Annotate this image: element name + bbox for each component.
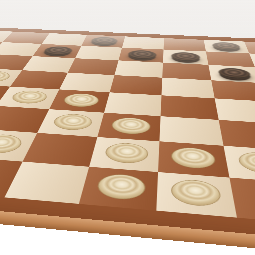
- checker-light[interactable]: [9, 90, 50, 105]
- checker-light[interactable]: [0, 71, 13, 83]
- checker-dark[interactable]: [90, 37, 118, 45]
- checker-light[interactable]: [110, 117, 151, 136]
- checker-light[interactable]: [0, 133, 25, 154]
- checker-dark[interactable]: [171, 52, 200, 62]
- photo-scene: [0, 0, 255, 255]
- checker-dark[interactable]: [212, 42, 242, 51]
- checker-light[interactable]: [103, 142, 148, 165]
- checker-light[interactable]: [51, 113, 94, 131]
- checkers-board: [0, 26, 255, 252]
- checker-dark[interactable]: [42, 46, 74, 55]
- square-r7c5[interactable]: [156, 172, 237, 218]
- checker-light[interactable]: [237, 151, 255, 175]
- checker-dark[interactable]: [127, 50, 156, 60]
- checker-light[interactable]: [171, 178, 222, 207]
- checker-light[interactable]: [95, 173, 146, 201]
- checker-light[interactable]: [61, 93, 100, 108]
- square-r7c4[interactable]: [79, 167, 158, 211]
- checker-dark[interactable]: [218, 67, 252, 79]
- checker-light[interactable]: [171, 146, 216, 169]
